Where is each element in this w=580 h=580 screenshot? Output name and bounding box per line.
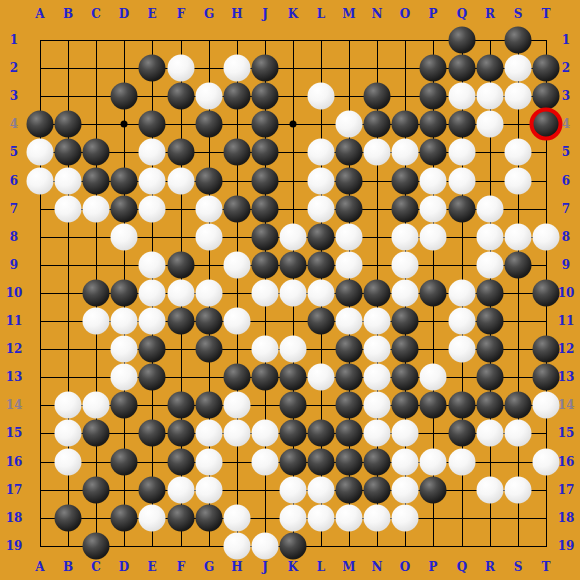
coord-col-bottom: B [63, 561, 73, 573]
stone-white [505, 420, 532, 447]
stone-black [449, 196, 476, 223]
stone-black [505, 252, 532, 279]
stone-white [252, 280, 279, 307]
stone-white [168, 55, 195, 82]
stone-black [139, 336, 166, 363]
stone-white [533, 392, 560, 419]
stone-black [55, 139, 82, 166]
stone-black [477, 392, 504, 419]
coord-row-right: 18 [558, 512, 575, 524]
coord-col-bottom: T [542, 561, 551, 573]
stone-black [83, 533, 110, 560]
coord-row-right: 4 [562, 118, 570, 130]
coord-row-right: 1 [562, 34, 570, 46]
stone-white [55, 392, 82, 419]
stone-black [224, 196, 251, 223]
stone-black [168, 449, 195, 476]
stone-black [280, 252, 307, 279]
stone-white [420, 449, 447, 476]
stone-white [308, 83, 335, 110]
stone-white [392, 449, 419, 476]
stone-white [364, 139, 391, 166]
stone-black [336, 168, 363, 195]
stone-black [392, 111, 419, 138]
stone-white [449, 139, 476, 166]
stone-black [477, 55, 504, 82]
stone-white [139, 196, 166, 223]
stone-black [196, 111, 223, 138]
coord-row-left: 17 [6, 484, 23, 496]
stone-white [224, 252, 251, 279]
stone-white [224, 505, 251, 532]
stone-white [364, 308, 391, 335]
stone-white [336, 252, 363, 279]
coord-col-bottom: H [231, 561, 242, 573]
stone-white [505, 224, 532, 251]
coord-row-left: 19 [6, 540, 23, 552]
coord-col-bottom: A [35, 561, 44, 573]
stone-white [505, 83, 532, 110]
stone-white [392, 224, 419, 251]
stone-white [364, 505, 391, 532]
stone-white [196, 196, 223, 223]
stone-black [83, 280, 110, 307]
stone-black [280, 392, 307, 419]
stone-white [224, 392, 251, 419]
stone-white [308, 280, 335, 307]
coord-col-bottom: D [119, 561, 129, 573]
stone-white [477, 420, 504, 447]
stone-white [83, 196, 110, 223]
stone-white [420, 196, 447, 223]
coord-col-bottom: G [204, 561, 214, 573]
stone-black [224, 139, 251, 166]
stone-white [168, 280, 195, 307]
stone-white [168, 168, 195, 195]
coord-col-bottom: M [342, 561, 355, 573]
coord-col-top: B [63, 8, 73, 20]
stone-white [280, 280, 307, 307]
stone-black [449, 27, 476, 54]
stone-black [364, 83, 391, 110]
stone-white [308, 168, 335, 195]
stone-white [449, 308, 476, 335]
stone-black [477, 364, 504, 391]
stone-white [280, 336, 307, 363]
coord-row-left: 16 [6, 456, 23, 468]
stone-white [477, 252, 504, 279]
stone-black [139, 477, 166, 504]
coord-col-top: A [35, 8, 44, 20]
stone-black [308, 252, 335, 279]
stone-white [111, 224, 138, 251]
coord-row-right: 11 [558, 315, 575, 327]
stone-black [533, 55, 560, 82]
coord-col-bottom: E [147, 561, 156, 573]
stone-white [196, 449, 223, 476]
stone-black [252, 139, 279, 166]
stone-black [449, 55, 476, 82]
stone-black [420, 111, 447, 138]
stone-black [111, 449, 138, 476]
coord-row-left: 12 [6, 343, 23, 355]
board-gridline-v [518, 40, 519, 547]
coord-row-right: 10 [558, 287, 575, 299]
star-point [121, 121, 128, 128]
stone-black [224, 83, 251, 110]
stone-black [336, 336, 363, 363]
stone-white [139, 168, 166, 195]
stone-black [252, 83, 279, 110]
stone-black [336, 196, 363, 223]
stone-white [139, 139, 166, 166]
stone-white [364, 420, 391, 447]
stone-white [252, 336, 279, 363]
stone-black [196, 308, 223, 335]
stone-white [139, 252, 166, 279]
stone-black [420, 139, 447, 166]
stone-white [196, 477, 223, 504]
stone-black [168, 252, 195, 279]
stone-black [168, 392, 195, 419]
coord-col-top: D [119, 8, 129, 20]
stone-black [111, 83, 138, 110]
coord-row-right: 16 [558, 456, 575, 468]
coord-row-left: 7 [10, 203, 18, 215]
stone-black [308, 308, 335, 335]
stone-white [505, 477, 532, 504]
stone-white [224, 55, 251, 82]
stone-black [83, 477, 110, 504]
stone-black [420, 83, 447, 110]
coord-col-bottom: S [514, 561, 523, 573]
coord-col-top: J [262, 8, 268, 20]
stone-white [449, 83, 476, 110]
coord-col-bottom: R [485, 561, 495, 573]
stone-black [477, 308, 504, 335]
stone-black [420, 280, 447, 307]
stone-white [111, 364, 138, 391]
coord-row-right: 9 [562, 259, 570, 271]
coord-col-top: E [147, 8, 156, 20]
coord-col-top: Q [457, 8, 467, 20]
stone-white [111, 336, 138, 363]
coord-col-top: H [231, 8, 242, 20]
stone-black [420, 477, 447, 504]
stone-black [449, 392, 476, 419]
stone-black [308, 420, 335, 447]
stone-white [392, 420, 419, 447]
stone-black [168, 139, 195, 166]
stone-white [392, 252, 419, 279]
star-point [290, 121, 297, 128]
stone-white [392, 477, 419, 504]
stone-black [280, 364, 307, 391]
stone-black [83, 139, 110, 166]
stone-black [336, 280, 363, 307]
stone-white [196, 280, 223, 307]
stone-black [252, 364, 279, 391]
stone-black [252, 168, 279, 195]
stone-black [449, 111, 476, 138]
stone-white [505, 139, 532, 166]
stone-white [449, 168, 476, 195]
stone-white [308, 196, 335, 223]
coord-col-bottom: C [91, 561, 101, 573]
stone-black [168, 308, 195, 335]
stone-black [364, 280, 391, 307]
stone-white [364, 392, 391, 419]
stone-white [27, 139, 54, 166]
stone-white [280, 477, 307, 504]
stone-black [533, 280, 560, 307]
stone-white [139, 280, 166, 307]
stone-black [505, 27, 532, 54]
stone-black [392, 196, 419, 223]
stone-white [449, 449, 476, 476]
stone-white [533, 449, 560, 476]
stone-black [533, 336, 560, 363]
coord-col-top: P [428, 8, 437, 20]
coord-row-left: 4 [10, 118, 18, 130]
stone-black [336, 139, 363, 166]
stone-black [392, 392, 419, 419]
stone-white [308, 139, 335, 166]
coord-row-left: 13 [6, 371, 23, 383]
stone-white [83, 308, 110, 335]
stone-white [252, 533, 279, 560]
stone-black [139, 111, 166, 138]
stone-black [392, 364, 419, 391]
last-move-marker [530, 108, 563, 141]
stone-white [392, 505, 419, 532]
stone-black [420, 55, 447, 82]
stone-white [196, 83, 223, 110]
coord-row-right: 13 [558, 371, 575, 383]
stone-black [168, 505, 195, 532]
coord-row-left: 2 [10, 62, 18, 74]
stone-white [336, 224, 363, 251]
stone-black [168, 83, 195, 110]
stone-white [477, 477, 504, 504]
coord-col-bottom: P [428, 561, 437, 573]
stone-white [420, 168, 447, 195]
coord-row-left: 6 [10, 175, 18, 187]
stone-black [336, 449, 363, 476]
coord-col-top: O [400, 8, 410, 20]
stone-black [252, 224, 279, 251]
coord-row-left: 8 [10, 231, 18, 243]
stone-black [139, 420, 166, 447]
stone-white [55, 420, 82, 447]
stone-white [392, 280, 419, 307]
stone-white [224, 308, 251, 335]
stone-black [533, 83, 560, 110]
stone-white [336, 308, 363, 335]
coord-col-bottom: L [317, 561, 325, 573]
coord-col-top: S [514, 8, 523, 20]
coord-col-bottom: Q [457, 561, 467, 573]
coord-col-bottom: K [288, 561, 298, 573]
stone-black [196, 392, 223, 419]
stone-black [392, 168, 419, 195]
stone-white [505, 55, 532, 82]
stone-white [252, 449, 279, 476]
stone-white [420, 364, 447, 391]
coord-row-right: 7 [562, 203, 570, 215]
stone-white [280, 505, 307, 532]
stone-black [477, 280, 504, 307]
stone-black [196, 505, 223, 532]
stone-white [308, 477, 335, 504]
stone-white [449, 336, 476, 363]
stone-white [55, 449, 82, 476]
stone-white [505, 168, 532, 195]
coord-col-top: M [342, 8, 355, 20]
stone-white [55, 196, 82, 223]
stone-white [533, 224, 560, 251]
stone-black [449, 420, 476, 447]
stone-black [280, 420, 307, 447]
stone-black [308, 224, 335, 251]
stone-black [111, 168, 138, 195]
stone-black [111, 196, 138, 223]
coord-row-right: 3 [562, 90, 570, 102]
stone-black [196, 168, 223, 195]
stone-black [477, 336, 504, 363]
stone-black [533, 364, 560, 391]
coord-col-top: R [485, 8, 495, 20]
stone-black [27, 111, 54, 138]
stone-black [55, 505, 82, 532]
coord-col-bottom: F [177, 561, 186, 573]
stone-black [139, 55, 166, 82]
go-board[interactable]: AABBCCDDEEFFGGHHJJKKLLMMNNOOPPQQRRSSTT11… [0, 0, 580, 580]
stone-white [364, 336, 391, 363]
coord-row-left: 14 [6, 399, 23, 411]
stone-white [280, 224, 307, 251]
coord-row-left: 15 [6, 427, 23, 439]
stone-white [477, 111, 504, 138]
stone-black [392, 308, 419, 335]
stone-white [477, 196, 504, 223]
stone-black [252, 196, 279, 223]
stone-white [308, 364, 335, 391]
stone-black [505, 392, 532, 419]
stone-white [420, 224, 447, 251]
stone-white [308, 505, 335, 532]
coord-col-bottom: J [262, 561, 268, 573]
stone-white [27, 168, 54, 195]
stone-black [336, 477, 363, 504]
stone-white [196, 224, 223, 251]
stone-black [111, 280, 138, 307]
coord-row-left: 10 [6, 287, 23, 299]
coord-col-bottom: N [372, 561, 383, 573]
stone-white [139, 308, 166, 335]
stone-black [420, 392, 447, 419]
coord-row-right: 19 [558, 540, 575, 552]
stone-white [224, 533, 251, 560]
stone-black [308, 449, 335, 476]
coord-row-right: 17 [558, 484, 575, 496]
coord-col-bottom: O [400, 561, 410, 573]
stone-black [111, 392, 138, 419]
stone-black [55, 111, 82, 138]
coord-row-left: 3 [10, 90, 18, 102]
coord-row-right: 14 [558, 399, 575, 411]
coord-row-left: 11 [6, 315, 23, 327]
coord-row-right: 6 [562, 175, 570, 187]
stone-white [168, 477, 195, 504]
stone-black [139, 364, 166, 391]
stone-white [392, 139, 419, 166]
stone-black [168, 420, 195, 447]
coord-row-left: 18 [6, 512, 23, 524]
stone-black [196, 336, 223, 363]
coord-col-top: T [542, 8, 551, 20]
stone-white [55, 168, 82, 195]
stone-black [83, 420, 110, 447]
stone-white [336, 505, 363, 532]
coord-row-left: 5 [10, 146, 18, 158]
stone-white [477, 224, 504, 251]
stone-white [111, 308, 138, 335]
stone-black [336, 364, 363, 391]
stone-white [252, 420, 279, 447]
coord-col-top: L [317, 8, 325, 20]
coord-row-right: 15 [558, 427, 575, 439]
stone-white [224, 420, 251, 447]
stone-black [252, 252, 279, 279]
coord-row-right: 8 [562, 231, 570, 243]
stone-black [280, 449, 307, 476]
coord-row-right: 5 [562, 146, 570, 158]
coord-col-top: F [177, 8, 186, 20]
stone-black [224, 364, 251, 391]
coord-row-right: 2 [562, 62, 570, 74]
stone-white [139, 505, 166, 532]
stone-black [336, 392, 363, 419]
coord-col-top: K [288, 8, 298, 20]
stone-black [364, 449, 391, 476]
coord-row-right: 12 [558, 343, 575, 355]
coord-col-top: G [204, 8, 214, 20]
stone-black [111, 505, 138, 532]
stone-black [252, 111, 279, 138]
stone-black [364, 477, 391, 504]
stone-black [280, 533, 307, 560]
stone-black [336, 420, 363, 447]
coord-row-left: 9 [10, 259, 18, 271]
stone-black [392, 336, 419, 363]
coord-row-left: 1 [10, 34, 18, 46]
stone-white [196, 420, 223, 447]
coord-col-top: N [372, 8, 383, 20]
stone-white [477, 83, 504, 110]
stone-white [449, 280, 476, 307]
stone-black [83, 168, 110, 195]
stone-white [336, 111, 363, 138]
stone-white [364, 364, 391, 391]
stone-white [83, 392, 110, 419]
stone-black [364, 111, 391, 138]
stone-black [252, 55, 279, 82]
coord-col-top: C [91, 8, 101, 20]
